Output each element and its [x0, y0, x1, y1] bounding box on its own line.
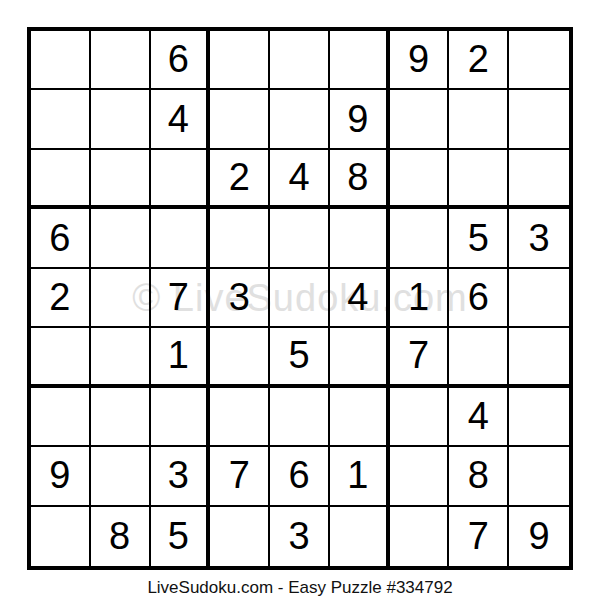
cell-r3c3[interactable]	[151, 150, 211, 209]
cell-r5c7: 1	[390, 269, 450, 328]
cell-r5c4: 3	[210, 269, 270, 328]
cell-r3c1[interactable]	[31, 150, 91, 209]
cell-r1c2[interactable]	[91, 31, 151, 90]
given-digit: 2	[229, 156, 250, 199]
cell-r1c1[interactable]	[31, 31, 91, 90]
given-digit: 2	[49, 276, 70, 319]
cell-r5c1: 2	[31, 269, 91, 328]
cell-r1c9[interactable]	[509, 31, 569, 90]
cell-r6c2[interactable]	[91, 328, 151, 387]
given-digit: 9	[49, 454, 70, 497]
cell-r6c7: 7	[390, 328, 450, 387]
cell-r8c1: 9	[31, 447, 91, 506]
cell-r2c2[interactable]	[91, 90, 151, 149]
cell-r6c6[interactable]	[330, 328, 390, 387]
cell-r2c4[interactable]	[210, 90, 270, 149]
cell-r2c9[interactable]	[509, 90, 569, 149]
cell-r3c7[interactable]	[390, 150, 450, 209]
cell-r5c3: 7	[151, 269, 211, 328]
cell-r3c5: 4	[270, 150, 330, 209]
given-digit: 4	[288, 156, 309, 199]
cell-r6c3: 1	[151, 328, 211, 387]
cell-r5c8: 6	[449, 269, 509, 328]
given-digit: 9	[347, 98, 368, 141]
given-digit: 4	[347, 276, 368, 319]
cell-r1c8: 2	[449, 31, 509, 90]
cell-r1c6[interactable]	[330, 31, 390, 90]
given-digit: 3	[229, 276, 250, 319]
given-digit: 3	[168, 454, 189, 497]
cell-r7c1[interactable]	[31, 388, 91, 447]
sudoku-cells: 69249248653273416157493761885379	[31, 31, 569, 566]
cell-r1c7: 9	[390, 31, 450, 90]
cell-r8c8: 8	[449, 447, 509, 506]
cell-r6c5: 5	[270, 328, 330, 387]
given-digit: 3	[529, 217, 550, 260]
cell-r6c4[interactable]	[210, 328, 270, 387]
cell-r3c6: 8	[330, 150, 390, 209]
cell-r3c9[interactable]	[509, 150, 569, 209]
given-digit: 5	[168, 515, 189, 558]
given-digit: 7	[468, 515, 489, 558]
cell-r3c2[interactable]	[91, 150, 151, 209]
cell-r6c1[interactable]	[31, 328, 91, 387]
cell-r7c3[interactable]	[151, 388, 211, 447]
given-digit: 2	[468, 38, 489, 81]
cell-r2c8[interactable]	[449, 90, 509, 149]
cell-r7c4[interactable]	[210, 388, 270, 447]
sudoku-board: © LiveSudoku.com 69249248653273416157493…	[27, 27, 573, 570]
given-digit: 1	[347, 454, 368, 497]
cell-r5c5[interactable]	[270, 269, 330, 328]
cell-r1c3: 6	[151, 31, 211, 90]
given-digit: 4	[168, 98, 189, 141]
cell-r3c8[interactable]	[449, 150, 509, 209]
cell-r1c4[interactable]	[210, 31, 270, 90]
cell-r5c9[interactable]	[509, 269, 569, 328]
given-digit: 8	[109, 515, 130, 558]
cell-r1c5[interactable]	[270, 31, 330, 90]
cell-r9c7[interactable]	[390, 507, 450, 566]
cell-r9c6[interactable]	[330, 507, 390, 566]
cell-r3c4: 2	[210, 150, 270, 209]
puzzle-caption: LiveSudoku.com - Easy Puzzle #334792	[0, 578, 600, 598]
given-digit: 6	[168, 38, 189, 81]
cell-r7c7[interactable]	[390, 388, 450, 447]
given-digit: 1	[168, 334, 189, 377]
cell-r9c9: 9	[509, 507, 569, 566]
given-digit: 3	[288, 515, 309, 558]
cell-r2c3: 4	[151, 90, 211, 149]
given-digit: 8	[347, 156, 368, 199]
cell-r8c9[interactable]	[509, 447, 569, 506]
cell-r9c4[interactable]	[210, 507, 270, 566]
cell-r4c3[interactable]	[151, 209, 211, 268]
given-digit: 7	[229, 454, 250, 497]
given-digit: 1	[408, 276, 429, 319]
given-digit: 7	[168, 276, 189, 319]
given-digit: 9	[529, 515, 550, 558]
given-digit: 5	[288, 334, 309, 377]
cell-r8c5: 6	[270, 447, 330, 506]
cell-r7c8: 4	[449, 388, 509, 447]
cell-r2c5[interactable]	[270, 90, 330, 149]
given-digit: 4	[468, 395, 489, 438]
cell-r8c2[interactable]	[91, 447, 151, 506]
cell-r4c8: 5	[449, 209, 509, 268]
cell-r4c6[interactable]	[330, 209, 390, 268]
given-digit: 6	[288, 454, 309, 497]
cell-r9c3: 5	[151, 507, 211, 566]
cell-r8c7[interactable]	[390, 447, 450, 506]
cell-r8c6: 1	[330, 447, 390, 506]
given-digit: 6	[49, 217, 70, 260]
cell-r2c6: 9	[330, 90, 390, 149]
cell-r6c9[interactable]	[509, 328, 569, 387]
cell-r5c6: 4	[330, 269, 390, 328]
cell-r9c5: 3	[270, 507, 330, 566]
cell-r4c2[interactable]	[91, 209, 151, 268]
cell-r7c5[interactable]	[270, 388, 330, 447]
given-digit: 6	[468, 276, 489, 319]
cell-r8c3: 3	[151, 447, 211, 506]
given-digit: 7	[408, 334, 429, 377]
cell-r4c7[interactable]	[390, 209, 450, 268]
cell-r7c9[interactable]	[509, 388, 569, 447]
cell-r5c2[interactable]	[91, 269, 151, 328]
given-digit: 9	[408, 38, 429, 81]
cell-r4c9: 3	[509, 209, 569, 268]
given-digit: 5	[468, 217, 489, 260]
cell-r4c5[interactable]	[270, 209, 330, 268]
cell-r6c8[interactable]	[449, 328, 509, 387]
cell-r2c7[interactable]	[390, 90, 450, 149]
cell-r7c2[interactable]	[91, 388, 151, 447]
cell-r9c2: 8	[91, 507, 151, 566]
cell-r7c6[interactable]	[330, 388, 390, 447]
cell-r4c1: 6	[31, 209, 91, 268]
cell-r9c1[interactable]	[31, 507, 91, 566]
cell-r2c1[interactable]	[31, 90, 91, 149]
given-digit: 8	[468, 454, 489, 497]
cell-r8c4: 7	[210, 447, 270, 506]
cell-r4c4[interactable]	[210, 209, 270, 268]
cell-r9c8: 7	[449, 507, 509, 566]
